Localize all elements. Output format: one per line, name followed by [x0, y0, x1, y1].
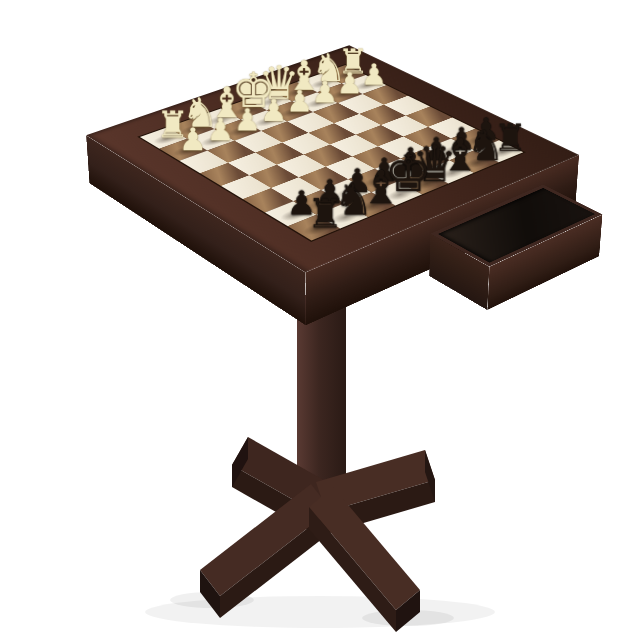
white-pawn[interactable]: ♟ [312, 77, 339, 107]
white-pawn[interactable]: ♟ [234, 105, 262, 136]
black-rook[interactable]: ♜ [307, 193, 343, 234]
white-pawn[interactable]: ♟ [260, 95, 287, 125]
white-pawn[interactable]: ♟ [337, 69, 363, 98]
product-photo: ♜♞♝♚♛♝♞♜♟♟♟♟♟♟♟♟♟♟♟♟♟♟♟♟♜♞♝♚♛♝♞♜ [0, 0, 640, 640]
white-pawn[interactable]: ♟ [361, 60, 387, 89]
white-pawn[interactable]: ♟ [207, 114, 235, 145]
white-pawn[interactable]: ♟ [179, 124, 207, 155]
white-pawn[interactable]: ♟ [286, 86, 313, 116]
